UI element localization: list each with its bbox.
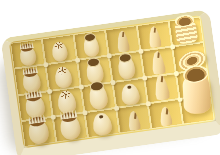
closed-star-nozzle [54,65,73,88]
petal-small-nozzle [126,110,141,131]
compartment-r2-c2 [46,61,79,89]
storage-box [0,9,220,155]
compartment-r4-c3 [85,109,118,137]
round-open-nozzle [85,58,105,84]
compartment-r4-c5 [149,100,182,128]
compartment-r4-c4 [117,104,150,132]
compartment-r2-c4 [110,52,143,80]
closed-star-nozzle [56,89,77,114]
round-hole-nozzle [91,112,113,136]
yellow-tray [9,15,216,148]
compartment-r1-c5 [138,22,171,50]
compartment-r1-c6 [170,17,203,45]
compartment-r3-c5 [145,74,178,102]
compartment-r1-c4 [106,26,139,54]
big-tube-nozzle [182,73,211,114]
compartment-r3-c1 [18,92,51,120]
compartment-r1-c2 [43,35,76,63]
closed-star-nozzle [51,41,69,62]
petal-nozzle [152,73,170,101]
petal-small-nozzle [158,105,173,126]
compartment-r2-c5 [142,48,175,76]
open-star-nozzle [59,113,82,140]
round-hole-nozzle [120,82,141,105]
coupler-nozzle [174,20,198,45]
compartment-r1-c1 [11,40,44,68]
compartment-r3-c2 [50,87,83,115]
compartment-r1-c3 [75,31,108,59]
compartment-r4-c2 [54,113,87,141]
compartment-r3-c4 [114,78,147,106]
petal-nozzle [150,49,167,75]
round-open-nozzle [88,82,109,110]
open-star-nozzle [24,93,46,119]
open-star-nozzle [19,45,38,67]
piping-nozzle-box-photo [0,0,220,155]
compartment-grid [9,15,216,148]
compartment-r3-c6 [177,69,210,97]
round-open-nozzle [82,34,100,58]
compartment-r3-c3 [82,83,115,111]
compartment-r4-c1 [22,118,55,146]
open-star-nozzle [21,69,41,93]
compartment-r2-c1 [15,66,48,94]
petal-nozzle [147,25,163,48]
petal-nozzle [115,30,131,53]
open-star-nozzle [27,118,50,145]
round-open-nozzle [117,54,137,80]
